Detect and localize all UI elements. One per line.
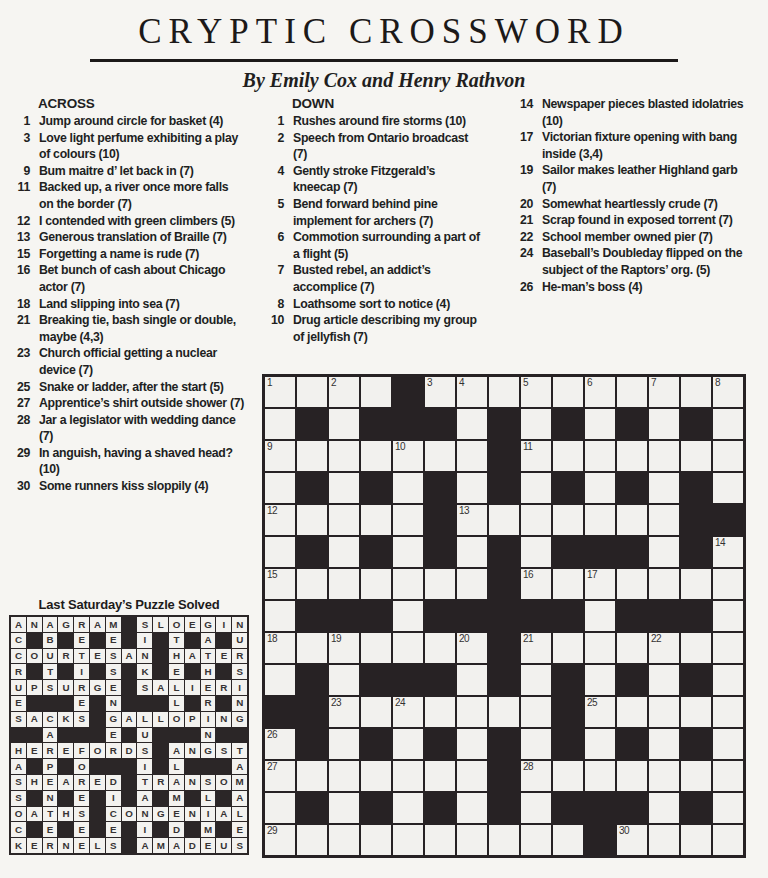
cell-r14c6: S [106,838,121,853]
cell-r6c1[interactable] [297,569,327,599]
cell-r5c2[interactable] [329,537,359,567]
cell-r0c13[interactable] [681,377,711,407]
cell-r6c11[interactable] [617,569,647,599]
cell-r8c6: R [106,743,121,758]
cell-r12c0[interactable]: 27 [265,761,295,791]
cell-r12c11[interactable] [617,761,647,791]
cell-number: 6 [587,377,592,388]
cell-r10c4[interactable]: 24 [393,697,423,727]
solution-letter: S [221,746,227,756]
cell-r14c8[interactable] [521,825,551,855]
cell-r11c4: E [74,791,89,806]
cell-r14c14[interactable] [713,825,743,855]
cell-r14c0[interactable]: 29 [265,825,295,855]
cell-r4c9[interactable] [553,505,583,535]
cell-r0c10[interactable]: 6 [585,377,615,407]
cell-r4c6[interactable]: 13 [457,505,487,535]
cell-r1c12[interactable] [649,409,679,439]
cell-r1c8: I [137,633,152,648]
cell-number: 28 [523,761,533,772]
cell-r11c6[interactable] [457,729,487,759]
cell-r6c5[interactable] [425,569,455,599]
cell-r4c10[interactable] [585,505,615,535]
clue-number: 10 [267,312,284,329]
across-clue-9: 9Bum maitre d’ let back in (7) [13,163,245,180]
cell-r0c3[interactable] [361,377,391,407]
solution-letter: I [223,620,225,630]
cell-r8c3[interactable] [361,633,391,663]
cell-r7c10[interactable] [585,601,615,631]
cell-number: 10 [395,441,405,452]
cell-r8c14[interactable] [713,633,743,663]
black-cell-r1c4 [393,409,423,439]
cell-r2c14: R [232,649,247,664]
cell-r10c2[interactable]: 23 [329,697,359,727]
solution-letter: H [62,809,69,819]
cell-r8c5: O [90,743,105,758]
cell-r10c13[interactable] [681,697,711,727]
cell-r0c11[interactable] [617,377,647,407]
across-clue-21: 21Breaking tie, bash single or double, m… [13,312,245,345]
black-cell-r9c7 [489,665,519,695]
black-cell-r7c1 [297,601,327,631]
cell-number: 7 [651,377,656,388]
cell-r6c6[interactable] [457,569,487,599]
cell-r4c2[interactable] [329,505,359,535]
cell-r14c0: K [11,838,26,853]
cell-r11c14[interactable] [713,729,743,759]
cell-r13c2[interactable] [329,793,359,823]
cell-r12c12: I [201,807,216,822]
cell-r6c8[interactable]: 16 [521,569,551,599]
cell-r9c2: P [43,759,58,774]
black-cell-r5c13 [681,537,711,567]
black-cell-r5c3 [58,696,73,711]
down-clue-10: 10Drug article describing my group of je… [267,312,487,345]
solution-letter: I [80,667,82,677]
black-cell-r3c9 [553,473,583,503]
cell-r8c9[interactable] [553,633,583,663]
clue-number: 19 [516,162,533,179]
cell-r2c4: T [74,649,89,664]
solution-letter: D [110,777,117,787]
cell-r11c4[interactable] [393,729,423,759]
solution-letter: G [110,714,117,724]
cell-r4c13: R [216,680,231,695]
cell-r5c6: N [106,696,121,711]
cell-r11c8[interactable] [521,729,551,759]
cell-r0c1[interactable] [297,377,327,407]
solution-letter: A [141,793,148,803]
cell-r1c14[interactable] [713,409,743,439]
clue-text: Baseball’s Doubleday flipped on the subj… [542,245,746,278]
across-clue-column: ACROSS 1Jump around circle for basket (4… [13,96,245,495]
cell-r6c9[interactable] [553,569,583,599]
cell-r5c4: E [74,696,89,711]
cell-r14c9: M [153,838,168,853]
cell-r13c12[interactable] [649,793,679,823]
solution-letter: H [173,651,180,661]
cell-r8c10: A [169,743,184,758]
cell-r13c14[interactable] [713,793,743,823]
cell-r7c2: A [43,728,58,743]
cell-r14c2[interactable] [329,825,359,855]
cell-r5c10: L [169,696,184,711]
cell-r12c8[interactable]: 28 [521,761,551,791]
cell-r12c1[interactable] [297,761,327,791]
black-cell-r5c7 [122,696,137,711]
cell-r2c13[interactable] [681,441,711,471]
cell-r0c9[interactable] [553,377,583,407]
cell-r0c2[interactable]: 2 [329,377,359,407]
clue-text: Love light perfume exhibiting a play of … [39,130,245,163]
cell-r13c6[interactable] [457,793,487,823]
cell-r8c13[interactable] [681,633,711,663]
cell-r12c11: N [185,807,200,822]
cell-r10c4: R [74,775,89,790]
black-cell-r11c5 [90,791,105,806]
solution-letter: C [47,714,54,724]
cell-r12c4: S [74,807,89,822]
cell-r8c0[interactable]: 18 [265,633,295,663]
cell-r2c3[interactable] [361,441,391,471]
cell-r14c13[interactable] [681,825,711,855]
cell-r6c10: O [169,712,184,727]
cell-r4c0[interactable]: 12 [265,505,295,535]
cell-r14c6[interactable] [457,825,487,855]
black-cell-r11c13 [216,791,231,806]
cell-r8c0: H [11,743,26,758]
cell-r8c7: D [122,743,137,758]
black-cell-r1c7 [122,633,137,648]
across-clue-28: 28Jar a legislator with wedding dance (7… [13,412,245,445]
clue-text: Bum maitre d’ let back in (7) [39,163,245,180]
cell-r0c12[interactable]: 7 [649,377,679,407]
cell-r9c0[interactable] [265,665,295,695]
cell-r8c12[interactable]: 22 [649,633,679,663]
solution-letter: A [31,714,38,724]
cell-r6c13[interactable] [681,569,711,599]
cell-r14c12[interactable] [649,825,679,855]
solution-letter: E [110,825,116,835]
clue-text: Bend forward behind pine implement for a… [293,196,485,229]
cell-r10c14[interactable] [713,697,743,727]
across-clue-27: 27Apprentice’s shirt outside shower (7) [13,395,245,412]
cell-r3c2[interactable] [329,473,359,503]
cell-r1c14: U [232,633,247,648]
black-cell-r7c9 [153,728,168,743]
cell-r2c0[interactable]: 9 [265,441,295,471]
cell-r1c8[interactable] [521,409,551,439]
clue-number: 7 [267,262,284,279]
cell-r2c5[interactable] [425,441,455,471]
cell-r14c13: U [216,838,231,853]
cell-r10c7[interactable] [489,697,519,727]
black-cell-r5c11 [617,537,647,567]
black-cell-r7c8 [521,601,551,631]
cell-number: 17 [587,569,597,580]
cell-r1c10[interactable] [585,409,615,439]
cell-r3c6[interactable] [457,473,487,503]
cell-r6c14[interactable] [713,569,743,599]
cell-r5c0[interactable] [265,537,295,567]
cell-r14c1[interactable] [297,825,327,855]
clue-text: Jar a legislator with wedding dance (7) [39,412,245,445]
cell-r14c4[interactable] [393,825,423,855]
cell-r10c11[interactable] [617,697,647,727]
cell-r8c5[interactable] [425,633,455,663]
black-cell-r12c7 [489,761,519,791]
solution-letter: L [95,841,101,851]
cell-r14c11[interactable]: 30 [617,825,647,855]
solution-letter: C [110,809,117,819]
cell-r6c0[interactable]: 15 [265,569,295,599]
black-cell-r9c1 [297,665,327,695]
cell-r3c8[interactable] [521,473,551,503]
cell-r5c14[interactable]: 14 [713,537,743,567]
clue-number: 15 [13,246,30,263]
black-cell-r2c7 [489,441,519,471]
cell-r9c6[interactable] [457,665,487,695]
cell-r0c6[interactable]: 4 [457,377,487,407]
cell-r2c5: E [90,649,105,664]
cell-r10c5[interactable] [425,697,455,727]
black-cell-r7c10 [169,728,184,743]
cell-r11c0[interactable]: 26 [265,729,295,759]
cell-r5c12[interactable] [649,537,679,567]
cell-r4c7[interactable] [489,505,519,535]
cell-r8c4[interactable] [393,633,423,663]
cell-r12c10[interactable] [585,761,615,791]
cell-r0c5[interactable]: 3 [425,377,455,407]
cell-r12c4[interactable] [393,761,423,791]
cell-r4c8[interactable] [521,505,551,535]
clue-number: 26 [516,279,533,296]
cell-r2c2[interactable] [329,441,359,471]
black-cell-r7c9 [553,601,583,631]
solution-letter: N [31,620,38,630]
cell-r8c10[interactable] [585,633,615,663]
cell-r14c5[interactable] [425,825,455,855]
cell-r1c0[interactable] [265,409,295,439]
black-cell-r7c0 [11,728,26,743]
solution-letter: C [15,651,22,661]
black-cell-r11c9 [553,729,583,759]
solution-letter: G [204,746,211,756]
cell-r7c14[interactable] [713,601,743,631]
cell-r9c14: A [232,759,247,774]
black-cell-r5c1 [27,696,42,711]
cell-r6c10[interactable]: 17 [585,569,615,599]
across-heading: ACROSS [13,96,245,111]
solution-letter: A [189,651,196,661]
cell-r8c4: F [74,743,89,758]
black-cell-r4c7 [122,680,137,695]
cell-r4c11[interactable] [617,505,647,535]
down-clue-6: 6Commotion surrounding a part of a fligh… [267,229,487,262]
clue-number: 12 [13,213,30,230]
cell-r2c6[interactable] [457,441,487,471]
cell-r2c14[interactable] [713,441,743,471]
cell-r12c3[interactable] [361,761,391,791]
clue-text: I contended with green climbers (5) [39,213,245,230]
cell-r10c0: S [11,775,26,790]
cell-r9c14[interactable] [713,665,743,695]
cell-r0c7[interactable] [489,377,519,407]
cell-r5c12: R [201,696,216,711]
cell-r8c6[interactable]: 20 [457,633,487,663]
solution-letter: A [157,683,164,693]
cell-r12c2[interactable] [329,761,359,791]
solution-letter: M [172,793,180,803]
cell-r6c3[interactable] [361,569,391,599]
cell-r10c10[interactable]: 25 [585,697,615,727]
cell-r14c7[interactable] [489,825,519,855]
cell-r3c12[interactable] [649,473,679,503]
cell-r10c8[interactable] [521,697,551,727]
cell-r2c9[interactable] [553,441,583,471]
cell-r12c9[interactable] [553,761,583,791]
cell-r7c4[interactable] [393,601,423,631]
cell-r9c2[interactable] [329,665,359,695]
solution-letter: E [78,841,84,851]
solution-letter: G [62,620,69,630]
cell-r1c2[interactable] [329,409,359,439]
solution-letter: S [110,667,116,677]
cell-r2c12[interactable] [649,441,679,471]
cell-number: 26 [267,729,277,740]
cell-r4c12[interactable] [649,505,679,535]
cell-r9c8: I [137,759,152,774]
solution-letter: E [110,635,116,645]
cell-r14c3: N [58,838,73,853]
cell-r6c2: C [43,712,58,727]
solution-letter: R [78,683,85,693]
solution-letter: I [207,809,209,819]
clue-number: 22 [516,229,533,246]
clue-number: 13 [13,229,30,246]
solution-letter: S [15,777,21,787]
cell-r6c4[interactable] [393,569,423,599]
cell-r1c6[interactable] [457,409,487,439]
cell-r5c4[interactable] [393,537,423,567]
cell-r4c6: E [106,680,121,695]
solution-letter: E [78,825,84,835]
cell-number: 20 [459,633,469,644]
cell-r12c14[interactable] [713,761,743,791]
cell-r11c10[interactable] [585,729,615,759]
cell-r8c2[interactable]: 19 [329,633,359,663]
cell-r14c3[interactable] [361,825,391,855]
cell-r10c12[interactable] [649,697,679,727]
cell-r3c4[interactable] [393,473,423,503]
solution-letter: H [15,746,22,756]
black-cell-r10c0 [265,697,295,727]
cell-r4c1[interactable] [297,505,327,535]
cell-r5c6[interactable] [457,537,487,567]
cell-r2c11[interactable] [617,441,647,471]
cell-r2c1[interactable] [297,441,327,471]
cell-r3c2: T [43,664,58,679]
cell-r13c4[interactable] [393,793,423,823]
cell-r1c6: E [106,633,121,648]
cell-r6c2[interactable] [329,569,359,599]
cell-r9c12[interactable] [649,665,679,695]
cell-r11c12[interactable] [649,729,679,759]
cell-r13c12: M [201,822,216,837]
cell-r12c6[interactable] [457,761,487,791]
solution-letter: E [110,683,116,693]
solution-letter: S [142,683,148,693]
cell-r11c2[interactable] [329,729,359,759]
cell-r9c10[interactable] [585,665,615,695]
cell-r0c14[interactable]: 8 [713,377,743,407]
cell-r14c9[interactable] [553,825,583,855]
clue-number: 21 [516,212,533,229]
cell-r3c14[interactable] [713,473,743,503]
solution-letter: S [236,667,242,677]
cell-r12c5[interactable] [425,761,455,791]
cell-r2c4[interactable]: 10 [393,441,423,471]
cell-r8c8[interactable]: 21 [521,633,551,663]
cell-r7c0[interactable] [265,601,295,631]
black-cell-r2c9 [153,649,168,664]
solution-letter: S [15,714,21,724]
cell-r12c9: G [153,807,168,822]
cell-r8c1[interactable] [297,633,327,663]
cell-r13c8[interactable] [521,793,551,823]
black-cell-r3c1 [297,473,327,503]
black-cell-r9c5 [90,759,105,774]
cell-r2c10[interactable] [585,441,615,471]
solution-letter: A [173,841,180,851]
black-cell-r9c13 [681,665,711,695]
cell-r2c3: R [58,649,73,664]
cell-r10c3[interactable] [361,697,391,727]
black-cell-r1c1 [27,633,42,648]
cell-r4c3[interactable] [361,505,391,535]
solution-letter: E [189,620,195,630]
cell-r12c13[interactable] [681,761,711,791]
cell-r0c0[interactable]: 1 [265,377,295,407]
solution-letter: E [205,683,211,693]
cell-r8c11[interactable] [617,633,647,663]
cell-r3c10[interactable] [585,473,615,503]
clue-text: Jump around circle for basket (4) [39,113,245,130]
cell-r5c8[interactable] [521,537,551,567]
black-cell-r11c5 [425,729,455,759]
solution-letter: A [141,841,148,851]
cell-r4c4[interactable] [393,505,423,535]
cell-r10c14: M [232,775,247,790]
cell-r10c6[interactable] [457,697,487,727]
cell-r6c12[interactable] [649,569,679,599]
cell-r14c14: S [232,838,247,853]
cell-r12c12[interactable] [649,761,679,791]
cell-r3c0[interactable] [265,473,295,503]
clue-text: Busted rebel, an addict’s accomplice (7) [293,262,485,295]
cell-r1c2: B [43,633,58,648]
cell-r3c4: I [74,664,89,679]
solution-letter: A [94,620,101,630]
cell-r13c0[interactable] [265,793,295,823]
solution-letter: L [174,698,180,708]
cell-r0c8[interactable]: 5 [521,377,551,407]
black-cell-r11c1 [27,791,42,806]
solution-letter: I [112,793,114,803]
cell-r9c8[interactable] [521,665,551,695]
cell-r2c8[interactable]: 11 [521,441,551,471]
